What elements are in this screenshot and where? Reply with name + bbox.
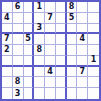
cell-r3c2[interactable]	[13, 24, 24, 35]
cell-r5c9[interactable]	[88, 45, 99, 56]
cell-r2c1[interactable]: 4	[2, 13, 13, 24]
cell-r3c5[interactable]	[45, 24, 56, 35]
cell-r5c3[interactable]	[24, 45, 35, 56]
cell-r1c9[interactable]	[88, 2, 99, 13]
cell-r7c2[interactable]	[13, 67, 24, 78]
cell-r1c1[interactable]	[2, 2, 13, 13]
cell-r4c9[interactable]	[88, 34, 99, 45]
cell-r8c5[interactable]	[45, 77, 56, 88]
cell-r2c4[interactable]	[34, 13, 45, 24]
cell-r3c8[interactable]	[77, 24, 88, 35]
cell-r7c6[interactable]	[56, 67, 67, 78]
cell-r6c1[interactable]	[2, 56, 13, 67]
cell-r6c2[interactable]	[13, 56, 24, 67]
cell-r8c2[interactable]: 8	[13, 77, 24, 88]
cell-r9c2[interactable]: 3	[13, 88, 24, 99]
cell-r8c6[interactable]	[56, 77, 67, 88]
cell-r4c8[interactable]: 4	[77, 34, 88, 45]
cell-r4c5[interactable]	[45, 34, 56, 45]
cell-r2c8[interactable]	[77, 13, 88, 24]
cell-r5c7[interactable]	[67, 45, 78, 56]
cell-r4c6[interactable]	[56, 34, 67, 45]
cell-r6c9[interactable]: 1	[88, 56, 99, 67]
cell-r1c3[interactable]	[24, 2, 35, 13]
cell-r2c9[interactable]	[88, 13, 99, 24]
cell-r3c7[interactable]	[67, 24, 78, 35]
cell-r6c7[interactable]	[67, 56, 78, 67]
cell-r3c9[interactable]	[88, 24, 99, 35]
cell-r2c7[interactable]: 5	[67, 13, 78, 24]
cell-r5c5[interactable]	[45, 45, 56, 56]
cell-r7c7[interactable]	[67, 67, 78, 78]
cell-r9c9[interactable]	[88, 88, 99, 99]
cell-r5c2[interactable]	[13, 45, 24, 56]
cell-r9c1[interactable]	[2, 88, 13, 99]
cell-r7c9[interactable]	[88, 67, 99, 78]
cell-r7c3[interactable]	[24, 67, 35, 78]
cell-r2c3[interactable]	[24, 13, 35, 24]
cell-r8c7[interactable]	[67, 77, 78, 88]
cell-r6c5[interactable]	[45, 56, 56, 67]
cell-r7c8[interactable]: 7	[77, 67, 88, 78]
cell-r2c2[interactable]	[13, 13, 24, 24]
cell-r2c6[interactable]	[56, 13, 67, 24]
cell-r7c4[interactable]	[34, 67, 45, 78]
cell-r4c2[interactable]	[13, 34, 24, 45]
cell-r6c8[interactable]	[77, 56, 88, 67]
cell-r5c6[interactable]	[56, 45, 67, 56]
cell-r6c6[interactable]	[56, 56, 67, 67]
cell-r9c8[interactable]	[77, 88, 88, 99]
cell-r3c6[interactable]	[56, 24, 67, 35]
cell-r3c1[interactable]	[2, 24, 13, 35]
cell-r9c4[interactable]	[34, 88, 45, 99]
cell-r8c9[interactable]	[88, 77, 99, 88]
cell-r9c3[interactable]	[24, 88, 35, 99]
cell-r7c1[interactable]	[2, 67, 13, 78]
cell-r6c3[interactable]	[24, 56, 35, 67]
cell-r4c1[interactable]: 7	[2, 34, 13, 45]
cell-r1c7[interactable]: 8	[67, 2, 78, 13]
cell-r7c5[interactable]: 4	[45, 67, 56, 78]
cell-r3c4[interactable]: 3	[34, 24, 45, 35]
cell-r4c3[interactable]: 5	[24, 34, 35, 45]
cell-r8c8[interactable]	[77, 77, 88, 88]
cell-r6c4[interactable]	[34, 56, 45, 67]
cell-r8c4[interactable]	[34, 77, 45, 88]
cell-r9c6[interactable]	[56, 88, 67, 99]
cell-r5c4[interactable]: 8	[34, 45, 45, 56]
cell-r5c1[interactable]: 2	[2, 45, 13, 56]
cell-r1c8[interactable]	[77, 2, 88, 13]
cell-r9c5[interactable]	[45, 88, 56, 99]
cell-r1c4[interactable]: 1	[34, 2, 45, 13]
cell-r8c3[interactable]	[24, 77, 35, 88]
cell-r4c4[interactable]	[34, 34, 45, 45]
cell-r1c6[interactable]	[56, 2, 67, 13]
cell-r1c5[interactable]	[45, 2, 56, 13]
cell-r2c5[interactable]: 7	[45, 13, 56, 24]
sudoku-board: 61847537542814783	[0, 0, 101, 101]
cell-r9c7[interactable]	[67, 88, 78, 99]
cell-r3c3[interactable]	[24, 24, 35, 35]
cell-r4c7[interactable]	[67, 34, 78, 45]
cell-r5c8[interactable]	[77, 45, 88, 56]
cell-r8c1[interactable]	[2, 77, 13, 88]
cell-r1c2[interactable]: 6	[13, 2, 24, 13]
